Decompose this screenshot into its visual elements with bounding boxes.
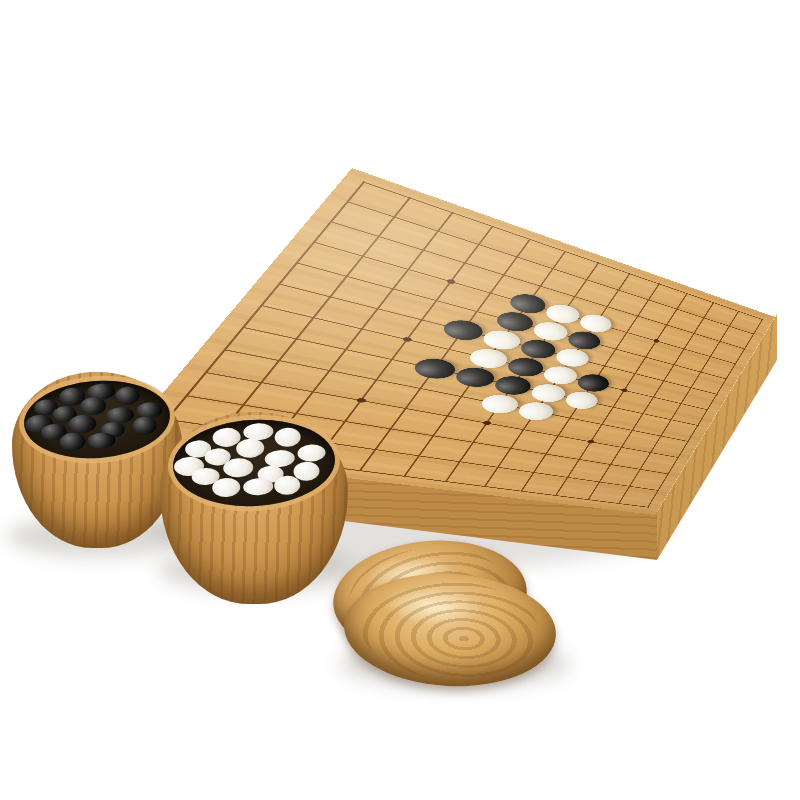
white-stone-in-bowl <box>223 457 254 478</box>
white-stone-in-bowl <box>275 427 302 447</box>
black-stone-in-bowl <box>59 432 86 452</box>
white-stone-in-bowl <box>297 444 326 462</box>
black-stone-in-bowl <box>132 416 157 436</box>
black-stone-in-bowl <box>136 401 163 419</box>
white-stone-bowl <box>160 412 348 604</box>
product-photo-go-set <box>0 0 800 800</box>
white-stone-in-bowl <box>293 460 320 480</box>
black-stone-bowl <box>12 372 182 548</box>
white-stone-in-bowl <box>264 449 295 468</box>
white-stone-in-bowl <box>243 478 274 497</box>
white-stone-in-bowl <box>212 477 241 497</box>
white-stone-in-bowl <box>274 475 301 495</box>
white-stone-in-bowl <box>235 437 264 457</box>
black-stone-in-bowl <box>79 396 106 416</box>
black-stone-in-bowl <box>68 414 97 434</box>
black-stone-in-bowl <box>115 386 140 406</box>
lid-gloss-highlight <box>382 584 481 627</box>
black-stone-in-bowl <box>87 432 116 450</box>
